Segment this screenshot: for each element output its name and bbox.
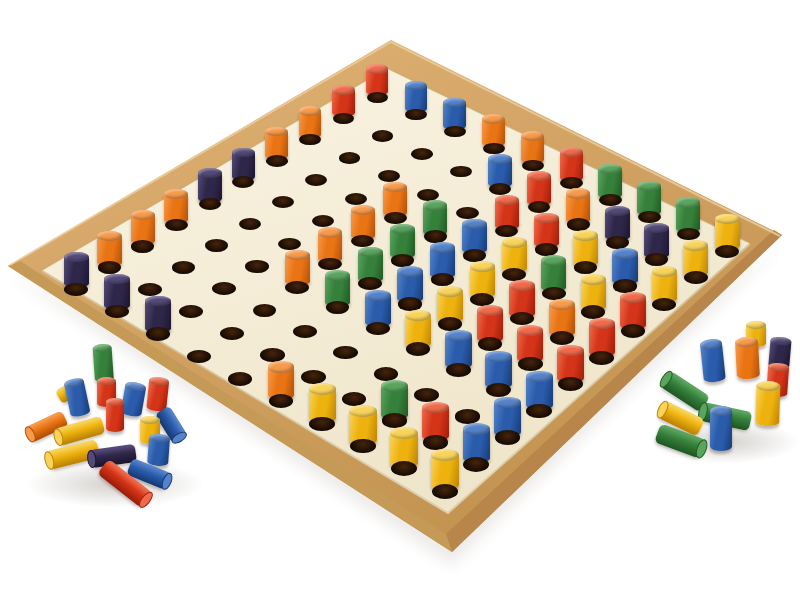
hole-r8c0[interactable] (98, 261, 121, 274)
peg-r5c8-red-top (517, 325, 543, 336)
hole-r3c5[interactable] (463, 249, 486, 262)
hole-r0c2[interactable] (444, 126, 466, 137)
peg-r9c5-orange-top (268, 361, 295, 372)
hole-r0c8[interactable] (677, 228, 700, 241)
peg-r0c0-red-top (366, 64, 388, 73)
hole-r9c7[interactable] (350, 439, 375, 454)
peg-r6c5-blue-top (365, 290, 391, 301)
pile-left-peg-13-blue[interactable] (147, 437, 170, 466)
pile-right-peg-2-orange-body (735, 341, 760, 379)
hole-r9c4[interactable] (228, 372, 253, 386)
hole-r7c1[interactable] (172, 261, 195, 274)
peg-r3c3-orange-top (383, 182, 407, 192)
hole-r6c6[interactable] (406, 342, 430, 356)
hole-r6c5[interactable] (366, 322, 390, 335)
hole-r3c8[interactable] (581, 305, 605, 318)
peg-r4c4-green-top (390, 224, 415, 234)
hole-r3c2[interactable] (345, 193, 367, 205)
pile-right-peg-3-blue[interactable] (700, 343, 726, 383)
hole-r1c9[interactable] (684, 271, 708, 284)
hole-r9c3[interactable] (187, 350, 211, 364)
hole-r7c6[interactable] (374, 367, 399, 381)
hole-r3c4[interactable] (424, 230, 447, 243)
hole-r5c5[interactable] (398, 297, 422, 310)
hole-r9c9[interactable] (432, 484, 458, 499)
pile-left-peg-8-red-top (106, 398, 124, 406)
hole-r0c6[interactable] (599, 194, 622, 206)
hole-r5c0[interactable] (199, 198, 221, 210)
peg-r2c0-orange-top (299, 106, 322, 116)
hole-r6c0[interactable] (165, 219, 188, 231)
hole-r7c4[interactable] (293, 325, 317, 338)
hole-r5c3[interactable] (318, 258, 341, 271)
peg-r8c0-orange-top (97, 231, 122, 241)
peg-r9c2-navy-top (145, 296, 171, 307)
hole-r1c2[interactable] (411, 148, 433, 160)
peg-r4c7-red-top (509, 280, 535, 291)
peg-r0c3-orange-top (482, 114, 505, 124)
peg-r0c4-orange-top (521, 131, 544, 141)
peg-r5c9-red-top (557, 345, 584, 356)
peg-r2c6-red-top (534, 213, 559, 223)
peg-r8c9-blue-top (463, 423, 491, 435)
hole-r3c1[interactable] (305, 174, 327, 186)
pile-left-peg-3-red-top (97, 377, 116, 385)
peg-r9c7-yellow-top (349, 405, 376, 416)
hole-r7c8[interactable] (455, 409, 480, 423)
hole-r8c3[interactable] (220, 327, 244, 340)
hole-r8c2[interactable] (179, 305, 203, 318)
hole-r1c1[interactable] (372, 130, 394, 141)
hole-r2c8[interactable] (613, 279, 637, 292)
hole-r8c7[interactable] (382, 413, 407, 427)
pile-right-peg-8-yellow-body (755, 386, 780, 427)
pile-right-peg-8-yellow[interactable] (755, 386, 780, 427)
hole-r5c1[interactable] (239, 218, 262, 230)
peg-r8c7-green-top (381, 380, 408, 391)
hole-r6c1[interactable] (205, 239, 228, 252)
peg-r3c5-blue-top (462, 219, 487, 229)
peg-r6c0-orange-top (164, 189, 188, 199)
hole-r0c1[interactable] (405, 109, 426, 120)
peg-r1c5-red-top (527, 171, 551, 181)
hole-r5c8[interactable] (518, 357, 543, 371)
peg-r9c9-yellow-top (431, 449, 459, 461)
peg-r6c7-blue-top (445, 330, 471, 341)
hole-r5c6[interactable] (438, 317, 462, 330)
hole-r8c9[interactable] (463, 457, 489, 472)
hole-r3c3[interactable] (384, 212, 407, 224)
peg-r1c4-blue-top (488, 154, 512, 164)
hole-r9c0[interactable] (64, 283, 88, 296)
peg-r6c8-blue-top (485, 351, 512, 362)
peg-r5c3-orange-top (318, 227, 343, 237)
pegboard-scene (0, 0, 800, 600)
pile-right-peg-2-orange[interactable] (735, 341, 760, 379)
hole-r0c7[interactable] (638, 211, 661, 224)
hole-r4c3[interactable] (351, 235, 374, 248)
peg-r0c2-blue-top (443, 98, 466, 108)
hole-r2c3[interactable] (417, 189, 439, 201)
peg-r9c8-yellow-top (390, 427, 418, 439)
hole-r1c6[interactable] (567, 218, 590, 231)
hole-r7c9[interactable] (495, 430, 520, 445)
peg-r5c0-navy-top (198, 168, 222, 178)
hole-r0c4[interactable] (522, 160, 544, 172)
peg-r3c8-yellow-top (581, 274, 607, 285)
hole-r0c5[interactable] (560, 177, 582, 189)
peg-r0c8-green-top (676, 197, 701, 207)
hole-r8c4[interactable] (260, 348, 284, 362)
peg-r4c0-navy-top (232, 148, 255, 158)
hole-r3c9[interactable] (621, 324, 645, 338)
hole-r9c2[interactable] (146, 327, 170, 340)
hole-r1c7[interactable] (606, 236, 629, 249)
hole-r8c8[interactable] (423, 435, 448, 450)
peg-r9c6-yellow-top (309, 383, 336, 394)
peg-r6c9-blue-top (526, 371, 553, 382)
hole-r2c6[interactable] (535, 243, 558, 256)
hole-r8c1[interactable] (138, 283, 162, 296)
peg-r1c7-navy-top (605, 206, 630, 216)
hole-r4c6[interactable] (470, 293, 494, 306)
hole-r7c5[interactable] (333, 346, 357, 360)
hole-r6c7[interactable] (446, 363, 471, 377)
peg-r3c0-orange-top (265, 127, 288, 137)
hole-r9c6[interactable] (309, 417, 334, 431)
hole-r6c3[interactable] (285, 281, 309, 294)
hole-r7c0[interactable] (131, 240, 154, 253)
hole-r7c3[interactable] (253, 304, 277, 317)
peg-r1c0-red-top (332, 85, 354, 94)
hole-r8c6[interactable] (342, 392, 367, 406)
pile-right-peg-10-blue[interactable] (710, 411, 732, 451)
hole-r3c6[interactable] (502, 268, 526, 281)
peg-r7c9-blue-top (494, 397, 521, 408)
hole-r2c4[interactable] (456, 207, 479, 219)
hole-r0c3[interactable] (483, 143, 505, 155)
hole-r2c1[interactable] (339, 152, 361, 164)
peg-r0c6-green-top (598, 164, 622, 174)
peg-r8c8-red-top (422, 402, 449, 413)
hole-r4c4[interactable] (391, 254, 414, 267)
hole-r9c1[interactable] (105, 305, 129, 318)
hole-r9c8[interactable] (391, 461, 417, 476)
peg-r4c9-red-top (589, 318, 615, 329)
hole-r0c0[interactable] (367, 92, 388, 103)
hole-r1c0[interactable] (333, 113, 354, 124)
hole-r8c5[interactable] (301, 370, 326, 384)
hole-r6c9[interactable] (526, 404, 551, 418)
peg-r5c6-yellow-top (437, 286, 463, 297)
hole-r3c0[interactable] (266, 155, 288, 167)
hole-r4c1[interactable] (272, 196, 294, 208)
hole-r4c8[interactable] (550, 331, 574, 345)
pile-right-peg-10-blue-body (710, 411, 732, 451)
hole-r3c7[interactable] (542, 287, 566, 300)
peg-r2c9-yellow-top (652, 266, 678, 277)
peg-r0c5-red-top (560, 147, 584, 157)
hole-r4c9[interactable] (589, 351, 614, 365)
pile-left-peg-8-red[interactable] (106, 402, 124, 432)
pile-left-peg-8-red-body (106, 402, 124, 432)
hole-r0c9[interactable] (715, 245, 739, 258)
hole-r6c2[interactable] (245, 260, 268, 273)
peg-r0c1-blue-top (405, 81, 427, 90)
pile-right-peg-10-blue-top (710, 406, 732, 415)
